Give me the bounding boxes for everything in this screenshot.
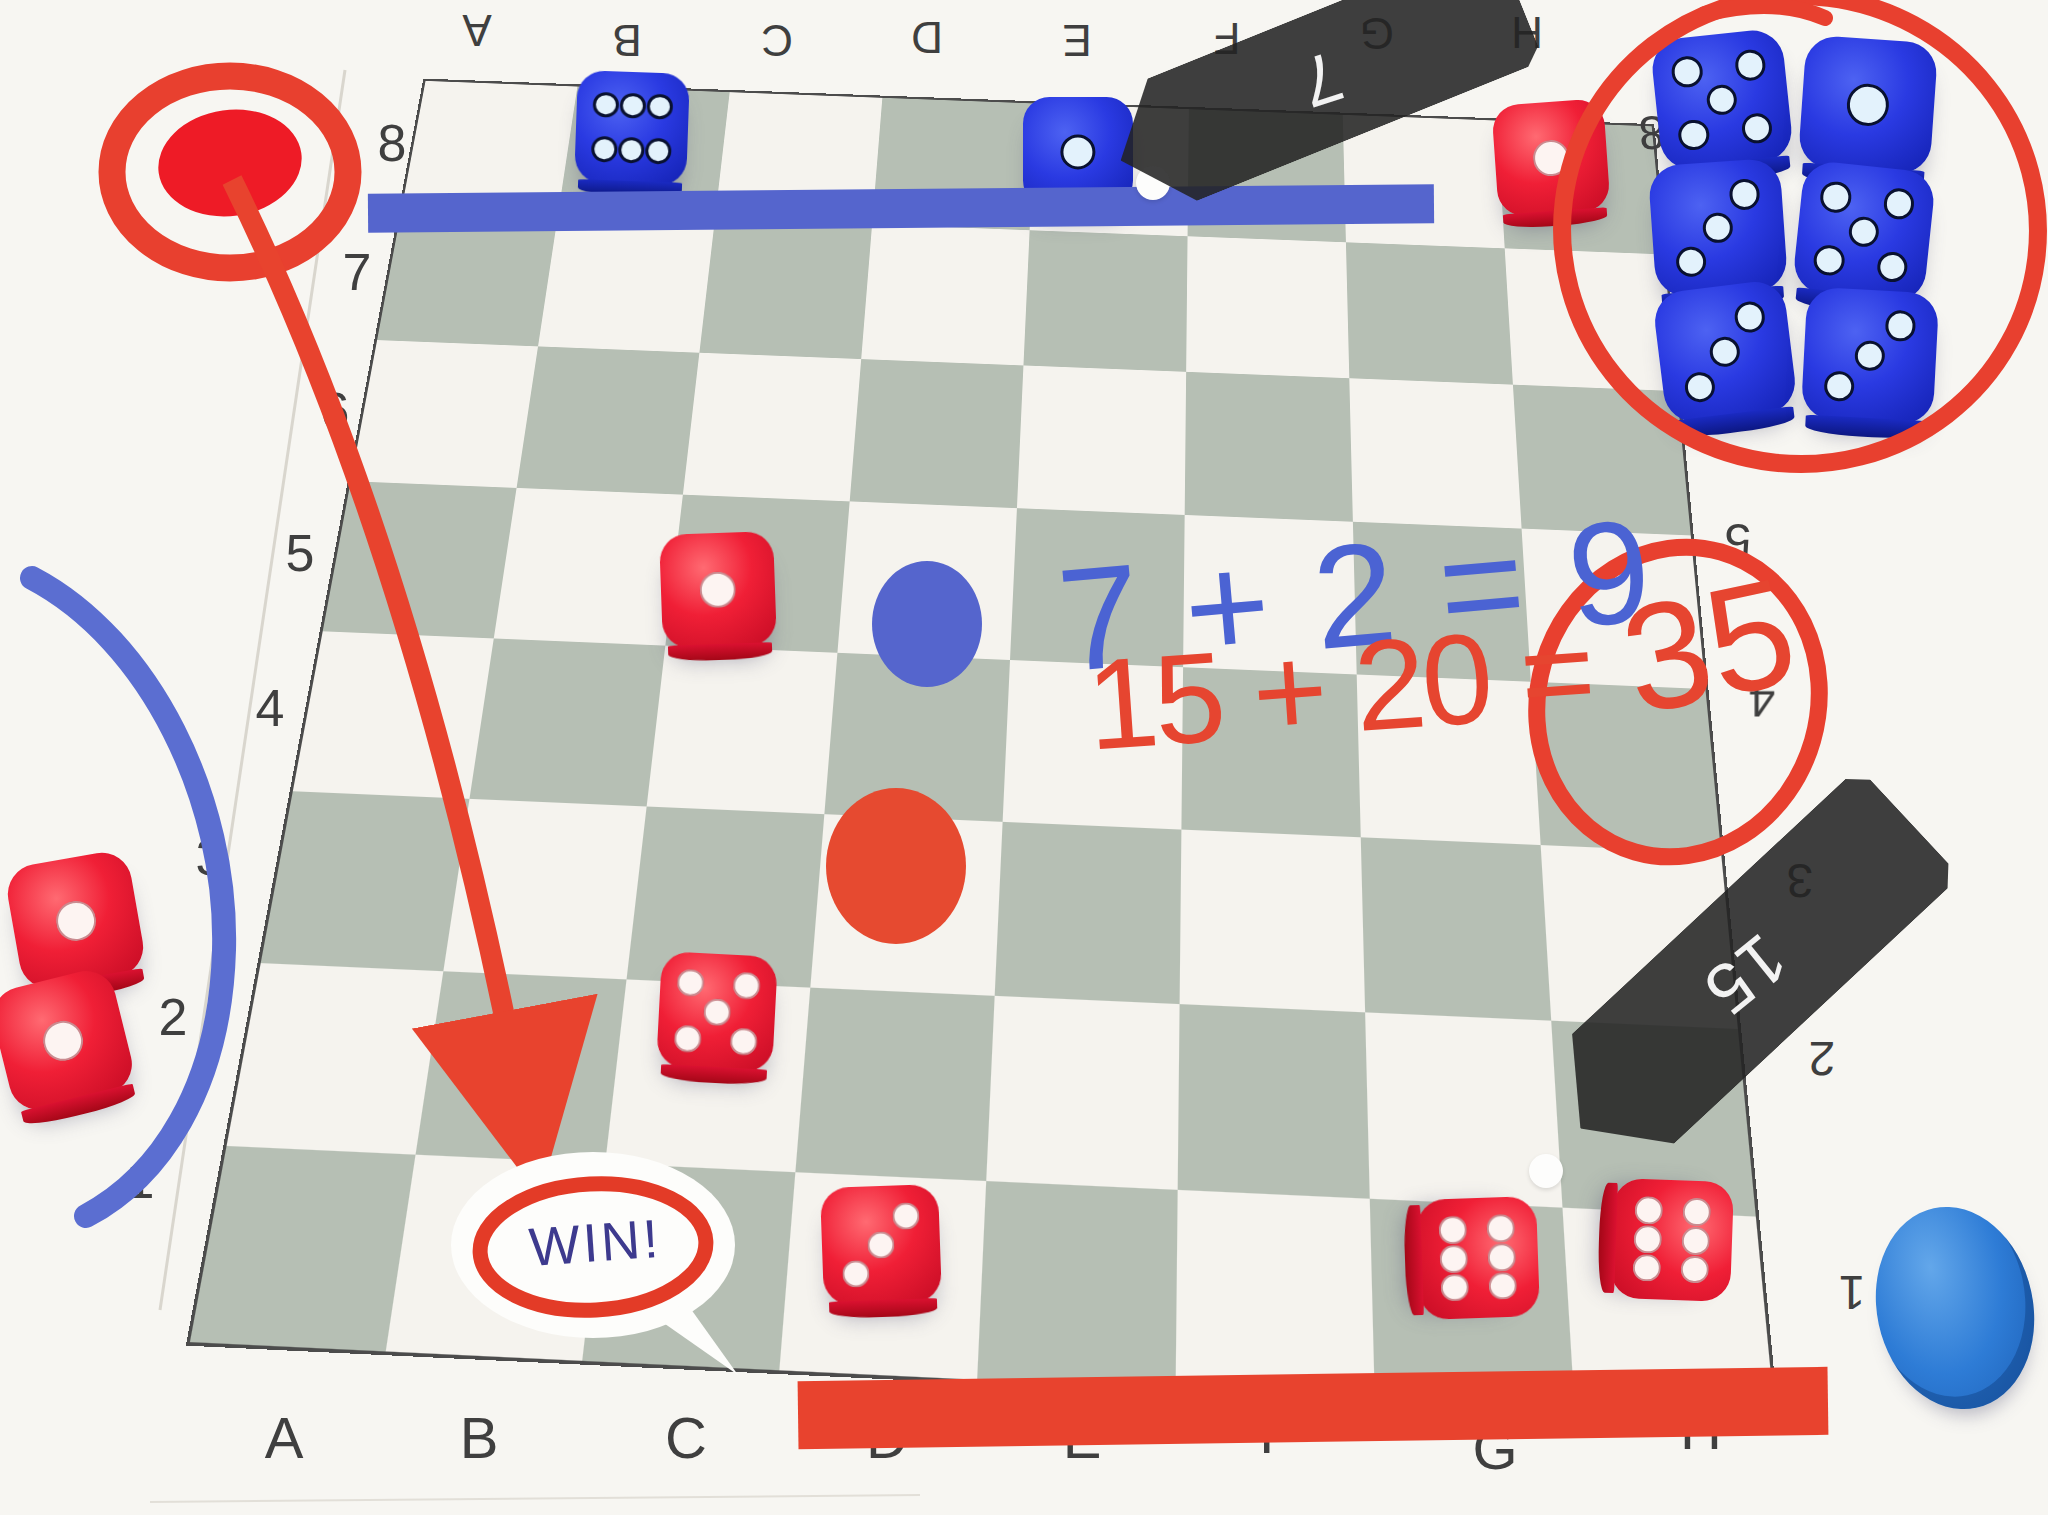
blue-cluster-die-4-value-5[interactable]: [1791, 159, 1936, 304]
blue-checker-piece[interactable]: [1857, 1192, 2048, 1424]
die-pip: [1439, 1216, 1468, 1245]
board-grid: [186, 79, 1779, 1422]
square-D3: [810, 814, 1002, 995]
label-bottom-B: B: [460, 1404, 499, 1471]
die-pip: [1440, 1245, 1469, 1274]
square-G3: [1361, 838, 1551, 1021]
die-pip: [1634, 1225, 1663, 1254]
die-pip: [842, 1260, 870, 1288]
die-pip: [1677, 118, 1710, 151]
red-die-C2-value-5[interactable]: [656, 951, 778, 1073]
blue-die-B8-value-6[interactable]: [574, 70, 690, 186]
blue-cluster-die-5-value-3[interactable]: [1651, 278, 1798, 425]
label-left-8: 8: [378, 113, 407, 173]
die-pip: [1845, 82, 1890, 127]
die-pip: [1633, 1254, 1662, 1283]
red-circle-stroke-tail: [1705, 6, 1825, 18]
square-B6: [517, 346, 700, 494]
die-pip: [591, 136, 618, 163]
die-pip: [1441, 1273, 1470, 1302]
red-die-C5-value-1[interactable]: [659, 531, 777, 649]
blue-cluster-die-3-value-3[interactable]: [1648, 158, 1789, 299]
red-die-D1-value-3[interactable]: [820, 1184, 942, 1306]
square-D5: [837, 501, 1017, 660]
square-D2: [795, 987, 994, 1181]
die-pip: [1729, 178, 1761, 210]
tag-pointer-dot: [1529, 1154, 1563, 1188]
die-pip: [732, 972, 760, 1000]
label-left-1: 1: [126, 1150, 155, 1210]
square-E3: [995, 822, 1182, 1003]
square-C7: [699, 218, 872, 358]
red-target-dot-annotation: [112, 76, 348, 268]
red-die-H8-value-1[interactable]: [1491, 98, 1611, 218]
label-bottom-C: C: [665, 1404, 707, 1471]
blue-cluster-die-1-value-5[interactable]: [1649, 27, 1794, 172]
square-B5: [494, 488, 683, 646]
die-pip: [1705, 83, 1738, 116]
square-A5: [323, 481, 517, 638]
die-pip: [1489, 1272, 1518, 1301]
label-top-A: A: [462, 5, 491, 55]
die-pip: [646, 93, 673, 120]
die-pip: [1819, 180, 1852, 213]
blue-cluster-die-6-value-3[interactable]: [1801, 287, 1940, 426]
square-G7: [1346, 242, 1513, 384]
die-pip: [1635, 1196, 1664, 1225]
square-A1: [190, 1146, 416, 1352]
die-pip: [1060, 134, 1095, 169]
die-pip: [618, 137, 645, 164]
die-pip: [1682, 1227, 1711, 1256]
square-B7: [538, 212, 715, 352]
label-right-2: 2: [1809, 1031, 1836, 1086]
red-score-bar: [798, 1367, 1829, 1449]
square-A6: [351, 340, 538, 488]
die-pip: [677, 969, 705, 997]
die-pip: [1823, 370, 1855, 402]
red-side-die-1-value-1[interactable]: [3, 848, 148, 993]
chessboard: [186, 79, 1779, 1422]
die-pip: [619, 92, 646, 119]
square-D4: [824, 653, 1010, 822]
square-E1: [977, 1181, 1178, 1390]
label-top-B: B: [612, 15, 641, 65]
square-B3: [443, 799, 646, 979]
blue-cluster-die-2-value-1[interactable]: [1798, 35, 1939, 176]
square-A2: [227, 963, 444, 1155]
die-pip: [892, 1202, 920, 1230]
square-E2: [986, 995, 1179, 1189]
die-pip: [593, 91, 620, 118]
square-G8: [1343, 115, 1505, 249]
die-pip: [1702, 212, 1734, 244]
label-top-D: D: [911, 12, 943, 62]
die-pip: [1885, 310, 1917, 342]
die-pip: [1675, 245, 1707, 277]
square-C6: [683, 352, 861, 501]
blue-score-value: 7: [1288, 36, 1352, 125]
square-F7: [1186, 236, 1349, 377]
red-die-H1-value-6[interactable]: [1610, 1178, 1734, 1302]
square-E6: [1017, 365, 1186, 515]
die-pip: [1876, 250, 1909, 283]
square-A4: [293, 631, 494, 799]
label-right-1: 1: [1839, 1265, 1866, 1320]
label-left-4: 4: [256, 678, 285, 738]
square-E7: [1023, 230, 1187, 371]
label-left-7: 7: [343, 242, 372, 302]
label-top-C: C: [761, 15, 793, 65]
die-pip: [52, 897, 98, 943]
square-F6: [1185, 371, 1353, 521]
win-label: WIN!: [527, 1207, 663, 1278]
square-F2: [1178, 1004, 1370, 1199]
label-left-5: 5: [286, 523, 315, 583]
square-C4: [647, 646, 838, 815]
die-pip: [38, 1016, 86, 1064]
die-pip: [1812, 244, 1845, 277]
label-left-6: 6: [321, 381, 350, 441]
die-pip: [1734, 48, 1767, 81]
die-pip: [1847, 215, 1880, 248]
label-bottom-A: A: [265, 1404, 304, 1471]
square-B2: [416, 971, 627, 1163]
square-H7: [1505, 249, 1677, 391]
die-pip: [1882, 187, 1915, 220]
red-score-result: 35: [1608, 543, 1810, 749]
square-D7: [861, 224, 1029, 365]
die-pip: [1488, 1243, 1517, 1272]
die-pip: [1740, 112, 1773, 145]
die-pip: [1854, 340, 1886, 372]
die-pip: [1708, 335, 1742, 369]
square-A3: [261, 791, 470, 970]
die-pip: [703, 998, 731, 1026]
die-pip: [1681, 1255, 1710, 1284]
die-pip: [729, 1027, 757, 1055]
die-pip: [645, 138, 672, 165]
die-pip: [1487, 1214, 1516, 1243]
square-D6: [850, 359, 1024, 508]
die-pip: [867, 1231, 895, 1259]
die-pip: [1670, 55, 1703, 88]
label-top-E: E: [1062, 15, 1091, 65]
label-left-2: 2: [159, 987, 188, 1047]
die-pip: [699, 571, 737, 609]
square-F3: [1180, 830, 1365, 1012]
die-pip: [1733, 300, 1767, 334]
die-pip: [1532, 139, 1570, 177]
label-left-3: 3: [196, 827, 225, 887]
square-B4: [469, 638, 665, 806]
square-F1: [1176, 1190, 1375, 1399]
die-pip: [674, 1024, 702, 1052]
red-score-value: 15: [1688, 918, 1802, 1032]
die-pip: [1683, 370, 1717, 404]
red-die-G1-value-6[interactable]: [1416, 1196, 1540, 1320]
die-pip: [1683, 1198, 1712, 1227]
